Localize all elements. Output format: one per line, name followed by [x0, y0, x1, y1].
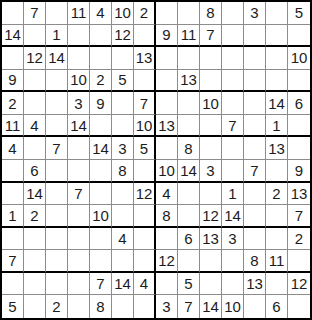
cell-r5c9[interactable]: [178, 92, 200, 115]
cell-r1c12: 3: [244, 2, 266, 25]
cell-r4c7[interactable]: [134, 70, 156, 93]
cell-r4c14[interactable]: [288, 70, 310, 93]
cell-r6c13: 1: [266, 115, 288, 138]
cell-r5c12[interactable]: [244, 92, 266, 115]
cell-r13c12: 13: [244, 273, 266, 296]
cell-r12c14[interactable]: [288, 250, 310, 273]
cell-r5c13: 14: [266, 92, 288, 115]
cell-r13c13[interactable]: [266, 273, 288, 296]
cell-r2c6: 12: [112, 25, 134, 48]
cell-r8c5[interactable]: [90, 160, 112, 183]
cell-r6c7: 10: [134, 115, 156, 138]
cell-r7c9: 8: [178, 137, 200, 160]
cell-r9c3[interactable]: [46, 183, 68, 206]
cell-r9c8: 4: [156, 183, 178, 206]
cell-r8c11[interactable]: [222, 160, 244, 183]
cell-r11c7[interactable]: [134, 228, 156, 251]
cell-r2c9: 11: [178, 25, 200, 48]
cell-r1c4: 11: [68, 2, 90, 25]
cell-r9c1[interactable]: [2, 183, 24, 206]
cell-r14c8: 3: [156, 295, 178, 318]
cell-r13c7: 4: [134, 273, 156, 296]
cell-r8c8: 10: [156, 160, 178, 183]
cell-r9c7: 12: [134, 183, 156, 206]
cell-r6c3[interactable]: [46, 115, 68, 138]
cell-r14c2[interactable]: [24, 295, 46, 318]
cell-r4c1: 9: [2, 70, 24, 93]
cell-r9c9[interactable]: [178, 183, 200, 206]
cell-r2c7[interactable]: [134, 25, 156, 48]
cell-r10c8: 8: [156, 205, 178, 228]
cell-r12c6[interactable]: [112, 250, 134, 273]
cell-r6c9[interactable]: [178, 115, 200, 138]
cell-r12c11[interactable]: [222, 250, 244, 273]
cell-r8c12: 7: [244, 160, 266, 183]
cell-r11c4[interactable]: [68, 228, 90, 251]
cell-r5c11[interactable]: [222, 92, 244, 115]
cell-r3c2: 12: [24, 47, 46, 70]
cell-r5c8[interactable]: [156, 92, 178, 115]
cell-r8c10: 3: [200, 160, 222, 183]
cell-r12c12: 8: [244, 250, 266, 273]
cell-r12c4[interactable]: [68, 250, 90, 273]
cell-r7c8[interactable]: [156, 137, 178, 160]
cell-r9c14: 13: [288, 183, 310, 206]
cell-r1c9[interactable]: [178, 2, 200, 25]
cell-r5c10: 10: [200, 92, 222, 115]
cell-r1c2: 7: [24, 2, 46, 25]
cell-r12c3[interactable]: [46, 250, 68, 273]
cell-r11c12[interactable]: [244, 228, 266, 251]
cell-r1c13[interactable]: [266, 2, 288, 25]
cell-r10c10: 12: [200, 205, 222, 228]
cell-r14c11: 10: [222, 295, 244, 318]
cell-r3c5[interactable]: [90, 47, 112, 70]
cell-r7c12[interactable]: [244, 137, 266, 160]
cell-r4c3[interactable]: [46, 70, 68, 93]
cell-r9c5[interactable]: [90, 183, 112, 206]
cell-r2c5[interactable]: [90, 25, 112, 48]
cell-r8c14: 9: [288, 160, 310, 183]
cell-r2c10: 7: [200, 25, 222, 48]
cell-r13c8[interactable]: [156, 273, 178, 296]
cell-r1c11[interactable]: [222, 2, 244, 25]
sudoku-board: 7114102835141129117121413109102513239710…: [0, 0, 312, 320]
cell-r8c6: 8: [112, 160, 134, 183]
cell-r10c11: 14: [222, 205, 244, 228]
cell-r13c1[interactable]: [2, 273, 24, 296]
cell-r12c7[interactable]: [134, 250, 156, 273]
cell-r8c7[interactable]: [134, 160, 156, 183]
cell-r4c4: 10: [68, 70, 90, 93]
cell-r1c14: 5: [288, 2, 310, 25]
cell-r11c3[interactable]: [46, 228, 68, 251]
cell-r3c11[interactable]: [222, 47, 244, 70]
cell-r5c14: 6: [288, 92, 310, 115]
cell-r6c8: 13: [156, 115, 178, 138]
cell-r13c14: 12: [288, 273, 310, 296]
cell-r9c11: 1: [222, 183, 244, 206]
cell-r12c2[interactable]: [24, 250, 46, 273]
cell-r11c8[interactable]: [156, 228, 178, 251]
cell-r14c13: 6: [266, 295, 288, 318]
cell-r9c6[interactable]: [112, 183, 134, 206]
cell-r10c2: 2: [24, 205, 46, 228]
cell-r1c8[interactable]: [156, 2, 178, 25]
cell-r8c1[interactable]: [2, 160, 24, 183]
cell-r10c4[interactable]: [68, 205, 90, 228]
cell-r9c12[interactable]: [244, 183, 266, 206]
cell-r3c8[interactable]: [156, 47, 178, 70]
cell-r14c10: 14: [200, 295, 222, 318]
cell-r11c13[interactable]: [266, 228, 288, 251]
cell-r10c14: 7: [288, 205, 310, 228]
cell-r1c7: 2: [134, 2, 156, 25]
cell-r6c12[interactable]: [244, 115, 266, 138]
cell-r4c13[interactable]: [266, 70, 288, 93]
cell-r12c5[interactable]: [90, 250, 112, 273]
cell-r12c1: 7: [2, 250, 24, 273]
cell-r14c5: 8: [90, 295, 112, 318]
cell-r7c4[interactable]: [68, 137, 90, 160]
cell-r2c3: 1: [46, 25, 68, 48]
cell-r3c14: 10: [288, 47, 310, 70]
cell-r9c13: 2: [266, 183, 288, 206]
cell-r13c2[interactable]: [24, 273, 46, 296]
cell-r7c2[interactable]: [24, 137, 46, 160]
cell-r10c9[interactable]: [178, 205, 200, 228]
cell-r4c6: 5: [112, 70, 134, 93]
cell-r12c13: 11: [266, 250, 288, 273]
cell-r13c4[interactable]: [68, 273, 90, 296]
cell-r11c9: 6: [178, 228, 200, 251]
cell-r5c2[interactable]: [24, 92, 46, 115]
cell-r8c13[interactable]: [266, 160, 288, 183]
cell-r7c11[interactable]: [222, 137, 244, 160]
cell-r8c9: 14: [178, 160, 200, 183]
cell-r6c4: 14: [68, 115, 90, 138]
cell-r3c7: 13: [134, 47, 156, 70]
cell-r12c10[interactable]: [200, 250, 222, 273]
cell-r14c6[interactable]: [112, 295, 134, 318]
cell-r7c1: 4: [2, 137, 24, 160]
cell-r7c14[interactable]: [288, 137, 310, 160]
cell-r13c3[interactable]: [46, 273, 68, 296]
cell-r6c2: 4: [24, 115, 46, 138]
cell-r14c14[interactable]: [288, 295, 310, 318]
cell-r10c7[interactable]: [134, 205, 156, 228]
cell-r5c7: 7: [134, 92, 156, 115]
cell-r11c10: 13: [200, 228, 222, 251]
cell-r3c12[interactable]: [244, 47, 266, 70]
cell-r6c14[interactable]: [288, 115, 310, 138]
cell-r2c11[interactable]: [222, 25, 244, 48]
cell-r2c14[interactable]: [288, 25, 310, 48]
cell-r3c3: 14: [46, 47, 68, 70]
cell-r10c5: 10: [90, 205, 112, 228]
cell-r10c3[interactable]: [46, 205, 68, 228]
cell-r3c1[interactable]: [2, 47, 24, 70]
cell-r12c8: 12: [156, 250, 178, 273]
cell-r5c3[interactable]: [46, 92, 68, 115]
cell-r6c1: 11: [2, 115, 24, 138]
cell-r4c2[interactable]: [24, 70, 46, 93]
cell-r2c8: 9: [156, 25, 178, 48]
cell-r11c1[interactable]: [2, 228, 24, 251]
cell-r4c8[interactable]: [156, 70, 178, 93]
cell-r2c4[interactable]: [68, 25, 90, 48]
cell-r6c10[interactable]: [200, 115, 222, 138]
cell-r7c10[interactable]: [200, 137, 222, 160]
cell-r9c2: 14: [24, 183, 46, 206]
cell-r11c2[interactable]: [24, 228, 46, 251]
cell-r9c10[interactable]: [200, 183, 222, 206]
cell-r14c9: 7: [178, 295, 200, 318]
cell-r4c12[interactable]: [244, 70, 266, 93]
cell-r2c13[interactable]: [266, 25, 288, 48]
cell-r14c3: 2: [46, 295, 68, 318]
cell-r14c7[interactable]: [134, 295, 156, 318]
cell-r3c9[interactable]: [178, 47, 200, 70]
cell-r10c6[interactable]: [112, 205, 134, 228]
cell-r5c1: 2: [2, 92, 24, 115]
cell-r3c10[interactable]: [200, 47, 222, 70]
cell-r7c3: 7: [46, 137, 68, 160]
cell-r11c6: 4: [112, 228, 134, 251]
cell-r5c6[interactable]: [112, 92, 134, 115]
cell-r8c3[interactable]: [46, 160, 68, 183]
cell-r5c5: 9: [90, 92, 112, 115]
cell-r1c6: 10: [112, 2, 134, 25]
cell-r13c10[interactable]: [200, 273, 222, 296]
cell-r2c2[interactable]: [24, 25, 46, 48]
cell-r10c12[interactable]: [244, 205, 266, 228]
cell-r1c5: 4: [90, 2, 112, 25]
cell-r4c9: 13: [178, 70, 200, 93]
puzzle-stage: 7114102835141129117121413109102513239710…: [0, 0, 312, 320]
cell-r3c13[interactable]: [266, 47, 288, 70]
cell-r1c1[interactable]: [2, 2, 24, 25]
cell-r7c7: 5: [134, 137, 156, 160]
cell-r4c5: 2: [90, 70, 112, 93]
cell-r1c3[interactable]: [46, 2, 68, 25]
cell-r6c11: 7: [222, 115, 244, 138]
cell-r7c6: 3: [112, 137, 134, 160]
cell-r3c4[interactable]: [68, 47, 90, 70]
cell-r13c9: 5: [178, 273, 200, 296]
cell-r3c6[interactable]: [112, 47, 134, 70]
cell-r2c1: 14: [2, 25, 24, 48]
cell-r6c5[interactable]: [90, 115, 112, 138]
cell-r11c11: 3: [222, 228, 244, 251]
cell-r7c13: 13: [266, 137, 288, 160]
cell-r9c4: 7: [68, 183, 90, 206]
cell-r13c6: 14: [112, 273, 134, 296]
cell-r14c1: 5: [2, 295, 24, 318]
cell-r1c10: 8: [200, 2, 222, 25]
cell-r5c4: 3: [68, 92, 90, 115]
cell-r11c5[interactable]: [90, 228, 112, 251]
cell-r2c12[interactable]: [244, 25, 266, 48]
cell-r8c2: 6: [24, 160, 46, 183]
cell-r6c6[interactable]: [112, 115, 134, 138]
cell-r11c14: 2: [288, 228, 310, 251]
cell-r13c11[interactable]: [222, 273, 244, 296]
cell-r14c4[interactable]: [68, 295, 90, 318]
cell-r10c13[interactable]: [266, 205, 288, 228]
cell-r12c9[interactable]: [178, 250, 200, 273]
cell-r13c5: 7: [90, 273, 112, 296]
cell-r4c10[interactable]: [200, 70, 222, 93]
cell-r7c5: 14: [90, 137, 112, 160]
cell-r10c1: 1: [2, 205, 24, 228]
cell-r4c11[interactable]: [222, 70, 244, 93]
cell-r14c12[interactable]: [244, 295, 266, 318]
cell-r8c4[interactable]: [68, 160, 90, 183]
